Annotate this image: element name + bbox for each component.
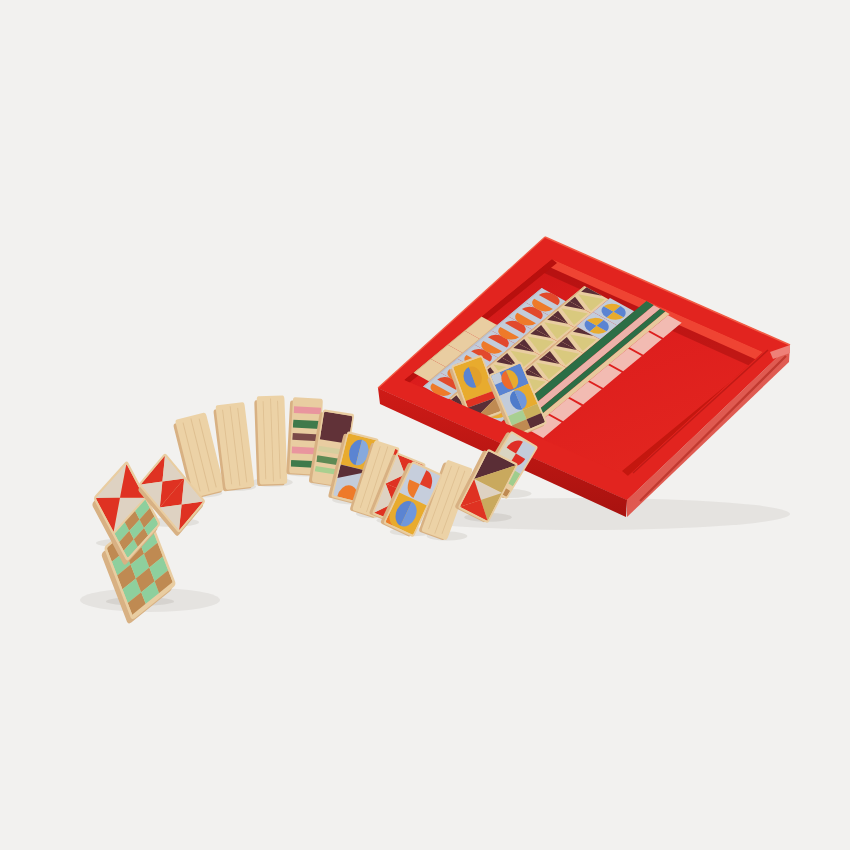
domino-run-6: [254, 395, 287, 486]
dominoes-scene: [0, 0, 850, 850]
product-photo-stage: [0, 0, 850, 850]
